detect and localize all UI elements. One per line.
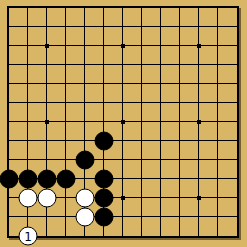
grid-cell <box>85 46 104 65</box>
grid-cell <box>104 8 123 27</box>
grid-cell <box>199 122 218 141</box>
grid-cell <box>28 122 47 141</box>
grid-cell <box>85 103 104 122</box>
star-point <box>121 44 125 48</box>
grid-cell <box>123 46 142 65</box>
grid-cell <box>9 122 28 141</box>
star-point <box>197 44 201 48</box>
grid-cell <box>199 141 218 160</box>
grid-cell <box>218 84 237 103</box>
grid-cell <box>199 46 218 65</box>
grid-cell <box>104 46 123 65</box>
grid-cell <box>199 8 218 27</box>
grid-cell <box>85 8 104 27</box>
grid-cell <box>47 84 66 103</box>
star-point <box>197 196 201 200</box>
grid-cell <box>161 8 180 27</box>
grid-cell <box>142 65 161 84</box>
grid-cell <box>180 122 199 141</box>
grid-cell <box>218 141 237 160</box>
grid-cell <box>66 84 85 103</box>
grid-cell <box>47 217 66 236</box>
grid-cell <box>47 122 66 141</box>
grid-cell <box>199 198 218 217</box>
grid-cell <box>142 179 161 198</box>
grid-cell <box>85 84 104 103</box>
grid-cell <box>123 103 142 122</box>
grid-cell <box>123 122 142 141</box>
grid-cell <box>199 27 218 46</box>
grid-cell <box>47 27 66 46</box>
black-stone <box>19 170 38 189</box>
grid-cell <box>218 198 237 217</box>
star-point <box>45 44 49 48</box>
star-point <box>197 120 201 124</box>
move-number-label: 1 <box>24 230 32 242</box>
grid-cell <box>161 122 180 141</box>
grid-cell <box>47 103 66 122</box>
grid-cell <box>123 84 142 103</box>
grid-cell <box>28 46 47 65</box>
grid-cell <box>28 8 47 27</box>
grid-cell <box>218 217 237 236</box>
grid-cell <box>142 8 161 27</box>
grid-cell <box>161 65 180 84</box>
grid-cell <box>123 179 142 198</box>
grid-cell <box>47 141 66 160</box>
grid-cell <box>199 65 218 84</box>
grid-cell <box>9 84 28 103</box>
grid-cell <box>218 179 237 198</box>
grid-cell <box>180 65 199 84</box>
grid-cell <box>218 46 237 65</box>
white-stone <box>19 189 38 208</box>
white-stone <box>76 189 95 208</box>
grid-cell <box>199 217 218 236</box>
grid-cell <box>9 103 28 122</box>
star-point <box>45 120 49 124</box>
grid-cell <box>123 27 142 46</box>
grid-cell <box>123 198 142 217</box>
star-point <box>121 120 125 124</box>
black-stone <box>0 170 19 189</box>
grid-cell <box>142 103 161 122</box>
grid-cell <box>85 27 104 46</box>
grid-cell <box>47 46 66 65</box>
black-stone <box>95 170 114 189</box>
grid-cell <box>218 27 237 46</box>
grid-cell <box>180 8 199 27</box>
black-stone <box>76 151 95 170</box>
grid-cell <box>123 160 142 179</box>
grid-cell <box>218 122 237 141</box>
grid-cell <box>9 8 28 27</box>
grid-cell <box>180 198 199 217</box>
grid-cell <box>161 84 180 103</box>
grid-cell <box>161 103 180 122</box>
grid-cell <box>47 65 66 84</box>
grid-cell <box>161 141 180 160</box>
grid-cell <box>161 179 180 198</box>
grid-cell <box>66 65 85 84</box>
grid-cell <box>9 27 28 46</box>
grid-cell <box>9 65 28 84</box>
grid-cell <box>180 141 199 160</box>
grid-cell <box>180 84 199 103</box>
grid-cell <box>142 141 161 160</box>
grid-cell <box>85 65 104 84</box>
grid-cell <box>161 198 180 217</box>
grid-cell <box>28 141 47 160</box>
grid-cell <box>47 8 66 27</box>
grid-cell <box>104 65 123 84</box>
grid-cell <box>142 27 161 46</box>
black-stone <box>95 208 114 227</box>
grid-cell <box>66 27 85 46</box>
go-diagram: 1 <box>0 0 247 247</box>
grid-cell <box>142 84 161 103</box>
grid-cell <box>123 217 142 236</box>
grid-cell <box>123 141 142 160</box>
grid-cell <box>199 84 218 103</box>
grid-cell <box>104 84 123 103</box>
grid-cell <box>218 8 237 27</box>
grid-cell <box>180 46 199 65</box>
grid-cell <box>161 160 180 179</box>
grid-cell <box>142 122 161 141</box>
grid-cell <box>142 217 161 236</box>
grid-cell <box>218 103 237 122</box>
grid-cell <box>161 27 180 46</box>
grid-cell <box>142 160 161 179</box>
grid-cell <box>199 160 218 179</box>
black-stone <box>57 170 76 189</box>
grid-cell <box>66 122 85 141</box>
grid-cell <box>161 46 180 65</box>
grid-cell <box>199 179 218 198</box>
grid-cell <box>199 103 218 122</box>
white-stone <box>38 189 57 208</box>
black-stone <box>95 132 114 151</box>
grid-cell <box>9 141 28 160</box>
grid-cell <box>28 65 47 84</box>
grid-cell <box>142 198 161 217</box>
grid-cell <box>161 217 180 236</box>
white-stone: 1 <box>19 227 38 246</box>
grid-cell <box>9 46 28 65</box>
grid-cell <box>28 84 47 103</box>
grid-cell <box>66 103 85 122</box>
grid-cell <box>66 8 85 27</box>
go-board[interactable]: 1 <box>7 6 239 238</box>
star-point <box>121 196 125 200</box>
grid-cell <box>123 8 142 27</box>
grid-cell <box>180 217 199 236</box>
grid-cell <box>218 65 237 84</box>
grid-cell <box>180 160 199 179</box>
grid-cell <box>66 46 85 65</box>
grid-cell <box>123 65 142 84</box>
grid-cell <box>218 160 237 179</box>
black-stone <box>38 170 57 189</box>
black-stone <box>95 189 114 208</box>
white-stone <box>76 208 95 227</box>
grid-cell <box>142 46 161 65</box>
